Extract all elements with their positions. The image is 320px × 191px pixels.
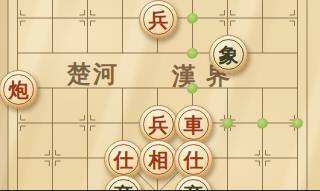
move-hint-dot[interactable] [257, 118, 268, 129]
xiangqi-board: 楚河 漢界 兵象炮兵車仕相仕卒卒 [0, 0, 320, 190]
piece-red-車[interactable]: 車 [174, 105, 213, 144]
move-hint-dot[interactable] [187, 83, 198, 94]
piece-character: 仕 [114, 150, 134, 170]
river-label-chu: 楚河 [67, 60, 119, 88]
piece-red-兵[interactable]: 兵 [139, 105, 178, 144]
piece-red-仕[interactable]: 仕 [104, 140, 143, 179]
piece-black-象[interactable]: 象 [209, 35, 248, 74]
piece-character: 象 [219, 45, 239, 65]
piece-red-兵[interactable]: 兵 [139, 0, 178, 39]
piece-red-炮[interactable]: 炮 [0, 70, 38, 109]
piece-red-相[interactable]: 相 [139, 140, 178, 179]
piece-character: 仕 [184, 150, 204, 170]
piece-character: 炮 [9, 80, 29, 100]
move-hint-dot[interactable] [187, 48, 198, 59]
move-hint-dot[interactable] [187, 13, 198, 24]
piece-red-仕[interactable]: 仕 [174, 140, 213, 179]
move-hint-dot[interactable] [222, 118, 233, 129]
piece-character: 相 [149, 150, 169, 170]
piece-character: 卒 [114, 185, 134, 191]
piece-character: 車 [184, 115, 204, 135]
move-hint-dot[interactable] [292, 118, 303, 129]
piece-character: 兵 [149, 115, 169, 135]
piece-character: 兵 [149, 10, 169, 30]
piece-character: 卒 [184, 185, 204, 191]
